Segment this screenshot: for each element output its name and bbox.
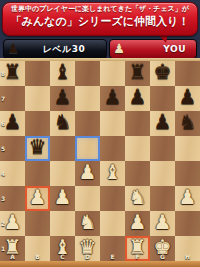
square-f7[interactable]: ♟ — [125, 86, 150, 111]
square-h3[interactable]: ♟ — [175, 186, 200, 211]
square-f5[interactable] — [125, 136, 150, 161]
white-knight: ♞ — [75, 209, 100, 236]
square-e7[interactable]: ♟ — [100, 86, 125, 111]
square-b7[interactable] — [25, 86, 50, 111]
white-pawn: ♟ — [150, 209, 175, 236]
square-h4[interactable] — [175, 161, 200, 186]
square-b2[interactable] — [25, 211, 50, 236]
square-e2[interactable] — [100, 211, 125, 236]
file-label-A: A — [0, 253, 25, 260]
app-screen: 世界中のプレイヤーに楽しまれてきた「ザ・チェス」が 「みんなの」シリーズに仲間入… — [0, 0, 200, 267]
square-f3[interactable]: ♞ — [125, 186, 150, 211]
white-bishop: ♝ — [100, 159, 125, 186]
square-g4[interactable] — [150, 161, 175, 186]
square-g8[interactable]: ♚ — [150, 61, 175, 86]
square-e5[interactable] — [100, 136, 125, 161]
file-label-H: H — [175, 253, 200, 260]
square-b8[interactable] — [25, 61, 50, 86]
square-f2[interactable]: ♟ — [125, 211, 150, 236]
square-d5[interactable] — [75, 136, 100, 161]
black-rook: ♜ — [125, 59, 150, 86]
black-pawn: ♟ — [50, 84, 75, 111]
square-d4[interactable]: ♟ — [75, 161, 100, 186]
square-b3[interactable]: ♟ — [25, 186, 50, 211]
square-e8[interactable] — [100, 61, 125, 86]
square-c2[interactable] — [50, 211, 75, 236]
square-g7[interactable] — [150, 86, 175, 111]
white-pawn: ♟ — [50, 184, 75, 211]
file-label-F: F — [125, 253, 150, 260]
file-label-C: C — [50, 253, 75, 260]
square-c4[interactable] — [50, 161, 75, 186]
black-pawn-icon: ♟ — [4, 40, 22, 58]
black-pawn: ♟ — [150, 109, 175, 136]
square-b4[interactable] — [25, 161, 50, 186]
file-label-E: E — [100, 253, 125, 260]
white-pawn-icon: ♟ — [110, 40, 128, 58]
black-pawn: ♟ — [175, 84, 200, 111]
square-f4[interactable] — [125, 161, 150, 186]
white-knight: ♞ — [125, 184, 150, 211]
square-e6[interactable] — [100, 111, 125, 136]
promo-banner-line2: 「みんなの」シリーズに仲間入り！ — [3, 15, 197, 29]
rank-label-6: 6 — [1, 111, 7, 136]
chess-board: ♜♝♜♚♟♟♟♟♟♞♟♞♛♟♝♟♟♞♟♟♞♟♟♜♝♛♜♚87654321ABCD… — [0, 61, 200, 261]
square-f6[interactable] — [125, 111, 150, 136]
white-pawn: ♟ — [25, 184, 50, 211]
black-king: ♚ — [150, 59, 175, 86]
square-d3[interactable] — [75, 186, 100, 211]
file-label-D: D — [75, 253, 100, 260]
black-pawn: ♟ — [125, 84, 150, 111]
white-pawn: ♟ — [175, 184, 200, 211]
square-b6[interactable] — [25, 111, 50, 136]
square-g3[interactable] — [150, 186, 175, 211]
square-c5[interactable] — [50, 136, 75, 161]
square-d7[interactable] — [75, 86, 100, 111]
square-h8[interactable] — [175, 61, 200, 86]
square-h2[interactable] — [175, 211, 200, 236]
opponent-panel: ♟ レベル30 — [3, 39, 107, 59]
square-h7[interactable]: ♟ — [175, 86, 200, 111]
square-b5[interactable]: ♛ — [25, 136, 50, 161]
rank-label-2: 2 — [1, 211, 7, 236]
promo-banner[interactable]: 世界中のプレイヤーに楽しまれてきた「ザ・チェス」が 「みんなの」シリーズに仲間入… — [2, 2, 198, 36]
promo-banner-line1: 世界中のプレイヤーに楽しまれてきた「ザ・チェス」が — [3, 3, 197, 15]
black-knight: ♞ — [50, 109, 75, 136]
board-frame-bottom — [0, 261, 200, 267]
square-c7[interactable]: ♟ — [50, 86, 75, 111]
black-pawn: ♟ — [100, 84, 125, 111]
black-queen: ♛ — [25, 134, 50, 161]
square-g6[interactable]: ♟ — [150, 111, 175, 136]
player-label: YOU — [128, 44, 196, 54]
file-label-G: G — [150, 253, 175, 260]
rank-label-7: 7 — [1, 86, 7, 111]
black-bishop: ♝ — [50, 59, 75, 86]
rank-label-5: 5 — [1, 136, 7, 161]
square-d2[interactable]: ♞ — [75, 211, 100, 236]
square-d6[interactable] — [75, 111, 100, 136]
rank-label-3: 3 — [1, 186, 7, 211]
player-bar: ♟ レベル30 ♟ YOU — [0, 39, 200, 59]
square-e4[interactable]: ♝ — [100, 161, 125, 186]
square-e3[interactable] — [100, 186, 125, 211]
file-label-B: B — [25, 253, 50, 260]
rank-label-8: 8 — [1, 61, 7, 86]
square-f8[interactable]: ♜ — [125, 61, 150, 86]
player-panel: ♟ YOU — [109, 39, 197, 59]
square-g5[interactable] — [150, 136, 175, 161]
white-pawn: ♟ — [75, 159, 100, 186]
square-c6[interactable]: ♞ — [50, 111, 75, 136]
square-g2[interactable]: ♟ — [150, 211, 175, 236]
square-c3[interactable]: ♟ — [50, 186, 75, 211]
opponent-label: レベル30 — [22, 43, 106, 56]
square-d8[interactable] — [75, 61, 100, 86]
square-h6[interactable]: ♞ — [175, 111, 200, 136]
square-c8[interactable]: ♝ — [50, 61, 75, 86]
square-h5[interactable] — [175, 136, 200, 161]
white-pawn: ♟ — [125, 209, 150, 236]
black-knight: ♞ — [175, 109, 200, 136]
rank-label-4: 4 — [1, 161, 7, 186]
